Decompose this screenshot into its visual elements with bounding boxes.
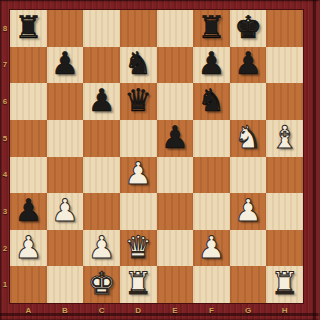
rank-label-7: 7	[0, 47, 10, 84]
square-c8[interactable]	[83, 10, 120, 47]
black-knight[interactable]: ♞	[198, 85, 226, 116]
rank-label-4: 4	[0, 157, 10, 194]
square-h6[interactable]	[266, 83, 303, 120]
white-pawn[interactable]: ♟	[234, 195, 262, 226]
black-rook[interactable]: ♜	[198, 12, 226, 43]
square-c4[interactable]	[83, 157, 120, 194]
black-queen[interactable]: ♛	[124, 85, 152, 116]
square-h7[interactable]	[266, 47, 303, 84]
square-g5[interactable]: ♞	[230, 120, 267, 157]
rank-label-2: 2	[0, 230, 10, 267]
square-e8[interactable]	[157, 10, 194, 47]
white-pawn[interactable]: ♟	[51, 195, 79, 226]
rank-label-1: 1	[0, 266, 10, 303]
square-e5[interactable]: ♟	[157, 120, 194, 157]
square-f5[interactable]	[193, 120, 230, 157]
rank-label-6: 6	[0, 83, 10, 120]
square-f1[interactable]	[193, 266, 230, 303]
white-queen[interactable]: ♛	[124, 232, 152, 263]
white-rook[interactable]: ♜	[124, 268, 152, 299]
rank-label-3: 3	[0, 193, 10, 230]
square-c2[interactable]: ♟	[83, 230, 120, 267]
file-label-e: E	[157, 304, 194, 317]
white-pawn[interactable]: ♟	[198, 232, 226, 263]
square-f8[interactable]: ♜	[193, 10, 230, 47]
square-c5[interactable]	[83, 120, 120, 157]
square-d6[interactable]: ♛	[120, 83, 157, 120]
square-b4[interactable]	[47, 157, 84, 194]
square-d7[interactable]: ♞	[120, 47, 157, 84]
square-b8[interactable]	[47, 10, 84, 47]
white-bishop[interactable]: ♝	[271, 122, 299, 153]
black-rook[interactable]: ♜	[14, 12, 42, 43]
chess-board-frame: ♜♜♚♟♞♟♟♟♛♞♟♞♝♟♟♟♟♟♟♛♟♚♜♜ 87654321ABCDEFG…	[0, 0, 320, 320]
white-rook[interactable]: ♜	[271, 268, 299, 299]
square-d8[interactable]	[120, 10, 157, 47]
square-h5[interactable]: ♝	[266, 120, 303, 157]
square-d5[interactable]	[120, 120, 157, 157]
square-e1[interactable]	[157, 266, 194, 303]
black-knight[interactable]: ♞	[124, 48, 152, 79]
square-h3[interactable]	[266, 193, 303, 230]
square-d3[interactable]	[120, 193, 157, 230]
square-c7[interactable]	[83, 47, 120, 84]
file-label-b: B	[47, 304, 84, 317]
square-e2[interactable]	[157, 230, 194, 267]
square-a7[interactable]	[10, 47, 47, 84]
square-c1[interactable]: ♚	[83, 266, 120, 303]
black-pawn[interactable]: ♟	[161, 122, 189, 153]
white-pawn[interactable]: ♟	[88, 232, 116, 263]
frame-groove-right	[313, 0, 316, 320]
square-a3[interactable]: ♟	[10, 193, 47, 230]
square-a8[interactable]: ♜	[10, 10, 47, 47]
square-a1[interactable]	[10, 266, 47, 303]
square-a2[interactable]: ♟	[10, 230, 47, 267]
white-pawn[interactable]: ♟	[14, 232, 42, 263]
square-b2[interactable]	[47, 230, 84, 267]
file-label-a: A	[10, 304, 47, 317]
chess-board[interactable]: ♜♜♚♟♞♟♟♟♛♞♟♞♝♟♟♟♟♟♟♛♟♚♜♜	[10, 10, 303, 303]
black-pawn[interactable]: ♟	[234, 48, 262, 79]
square-h4[interactable]	[266, 157, 303, 194]
white-pawn[interactable]: ♟	[124, 158, 152, 189]
white-king[interactable]: ♚	[88, 268, 116, 299]
square-e4[interactable]	[157, 157, 194, 194]
file-label-f: F	[193, 304, 230, 317]
square-a5[interactable]	[10, 120, 47, 157]
rank-label-5: 5	[0, 120, 10, 157]
file-label-g: G	[230, 304, 267, 317]
square-b1[interactable]	[47, 266, 84, 303]
square-f4[interactable]	[193, 157, 230, 194]
square-g6[interactable]	[230, 83, 267, 120]
square-d4[interactable]: ♟	[120, 157, 157, 194]
square-g2[interactable]	[230, 230, 267, 267]
file-label-h: H	[266, 304, 303, 317]
square-g3[interactable]: ♟	[230, 193, 267, 230]
black-king[interactable]: ♚	[234, 12, 262, 43]
black-pawn[interactable]: ♟	[51, 48, 79, 79]
square-c6[interactable]: ♟	[83, 83, 120, 120]
file-label-d: D	[120, 304, 157, 317]
square-h1[interactable]: ♜	[266, 266, 303, 303]
black-pawn[interactable]: ♟	[198, 48, 226, 79]
square-d2[interactable]: ♛	[120, 230, 157, 267]
square-a4[interactable]	[10, 157, 47, 194]
square-f6[interactable]: ♞	[193, 83, 230, 120]
square-g8[interactable]: ♚	[230, 10, 267, 47]
square-e3[interactable]	[157, 193, 194, 230]
square-h8[interactable]	[266, 10, 303, 47]
square-b5[interactable]	[47, 120, 84, 157]
square-g7[interactable]: ♟	[230, 47, 267, 84]
rank-label-8: 8	[0, 10, 10, 47]
square-f2[interactable]: ♟	[193, 230, 230, 267]
square-a6[interactable]	[10, 83, 47, 120]
square-c3[interactable]	[83, 193, 120, 230]
square-e7[interactable]	[157, 47, 194, 84]
square-b3[interactable]: ♟	[47, 193, 84, 230]
square-f7[interactable]: ♟	[193, 47, 230, 84]
square-g1[interactable]	[230, 266, 267, 303]
black-pawn[interactable]: ♟	[14, 195, 42, 226]
black-pawn[interactable]: ♟	[88, 85, 116, 116]
white-knight[interactable]: ♞	[234, 122, 262, 153]
square-g4[interactable]	[230, 157, 267, 194]
file-label-c: C	[83, 304, 120, 317]
square-b7[interactable]: ♟	[47, 47, 84, 84]
square-b6[interactable]	[47, 83, 84, 120]
square-e6[interactable]	[157, 83, 194, 120]
square-f3[interactable]	[193, 193, 230, 230]
square-d1[interactable]: ♜	[120, 266, 157, 303]
square-h2[interactable]	[266, 230, 303, 267]
